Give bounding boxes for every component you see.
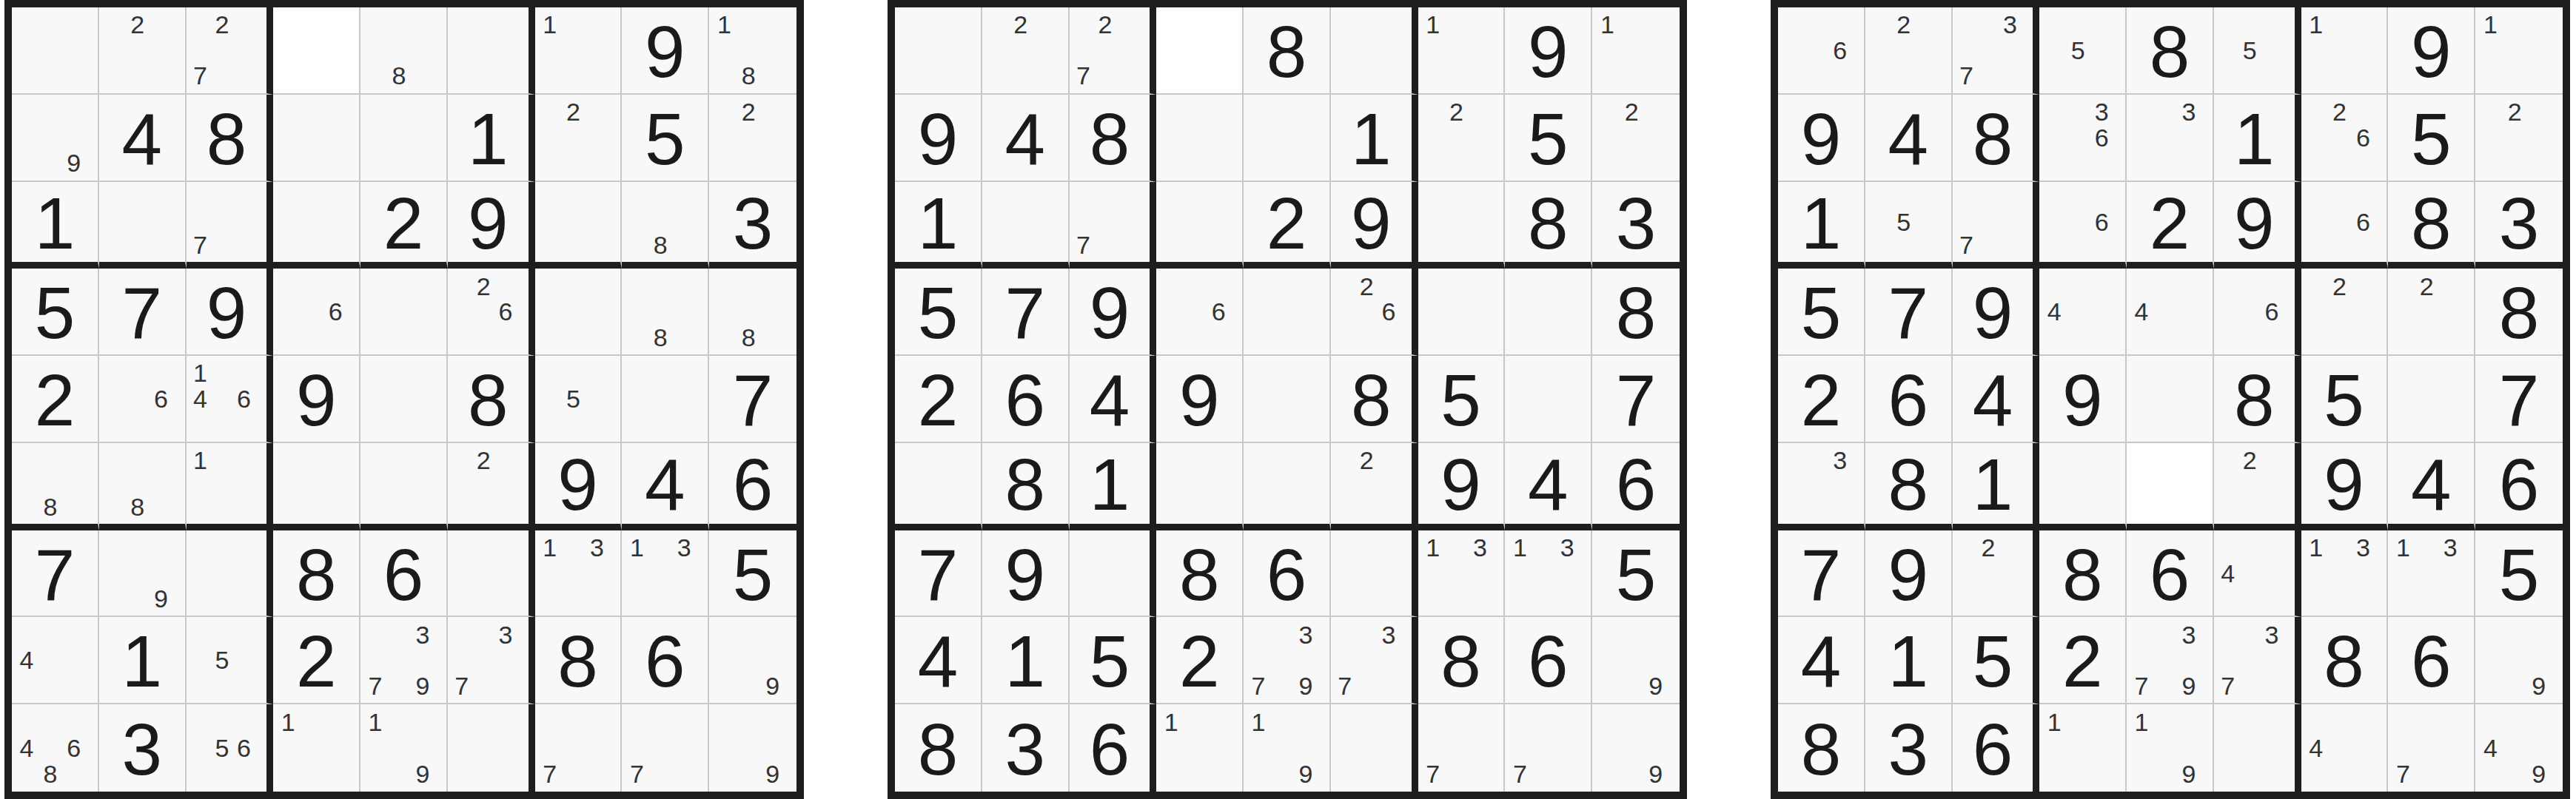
board2-cell-r3c5[interactable]: 2 [1244, 182, 1331, 269]
board3-cell-r2c2[interactable]: 4 [1865, 95, 1953, 182]
pencil-mark-3: 3 [1828, 448, 1852, 473]
board3-cell-r9c7[interactable]: 4 [2301, 704, 2389, 792]
board2-cell-r4c9[interactable]: 8 [1592, 269, 1680, 356]
pencil-slot-empty [1378, 273, 1400, 299]
board1-cell-r2c9[interactable]: 2 [709, 95, 796, 182]
pencil-mark-7: 7 [1073, 63, 1095, 89]
pencil-slot-empty [2217, 12, 2239, 38]
board3-cell-r5c8[interactable] [2388, 356, 2475, 443]
board1-cell-r2c1[interactable]: 9 [12, 95, 99, 182]
board3-cell-r7c1[interactable]: 7 [1778, 530, 1865, 618]
board2-cell-r2c2[interactable]: 4 [982, 95, 1070, 182]
board1-cell-r6c2[interactable]: 8 [99, 443, 187, 530]
board1-cell-r5c4[interactable]: 9 [273, 356, 360, 443]
board2-cell-r1c5[interactable]: 8 [1244, 7, 1331, 95]
board1-cell-r3c7[interactable] [535, 182, 623, 269]
board1-cell-r4c5[interactable] [360, 269, 448, 356]
board3-cell-r1c8[interactable]: 9 [2388, 7, 2475, 95]
board2-cell-r1c4[interactable] [1156, 7, 1244, 95]
board1-cell-r9c7[interactable]: 7 [535, 704, 623, 792]
board2-cell-r3c1[interactable]: 1 [895, 182, 982, 269]
board2-cell-r7c2[interactable]: 9 [982, 530, 1070, 618]
board2-cell-r2c5[interactable] [1244, 95, 1331, 182]
board2-cell-r1c2[interactable]: 2 [982, 7, 1070, 95]
board1-cell-r2c8[interactable]: 5 [622, 95, 709, 182]
board2-cell-r6c8[interactable]: 4 [1505, 443, 1592, 530]
pencil-slot-empty [1355, 496, 1378, 519]
board1-cell-r9c1[interactable]: 468 [12, 704, 99, 792]
board2-cell-r6c5[interactable] [1244, 443, 1331, 530]
board1-cell-r5c8[interactable] [622, 356, 709, 443]
board3-cell-r5c2[interactable]: 6 [1865, 356, 1953, 443]
pencil-mark-6: 6 [62, 735, 86, 761]
big-digit: 8 [1267, 16, 1307, 88]
board1-cell-r9c5[interactable]: 19 [360, 704, 448, 792]
board2-cell-r6c2[interactable]: 8 [982, 443, 1070, 530]
board2-cell-r3c8[interactable]: 8 [1505, 182, 1592, 269]
board1-cell-r1c2[interactable]: 2 [99, 7, 187, 95]
board3-cell-r8c7[interactable]: 8 [2301, 617, 2389, 704]
board3-cell-r7c2[interactable]: 9 [1865, 530, 1953, 618]
board3-cell-r2c1[interactable]: 9 [1778, 95, 1865, 182]
board3-cell-r9c9[interactable]: 49 [2475, 704, 2563, 792]
pencil-slot-empty [2261, 560, 2283, 586]
board1-cell-r5c5[interactable] [360, 356, 448, 443]
board1-cell-r1c8[interactable]: 9 [622, 7, 709, 95]
board1-cell-r8c5[interactable]: 379 [360, 617, 448, 704]
board3-cell-r4c1[interactable]: 5 [1778, 269, 1865, 356]
board2-cell-r6c4[interactable] [1156, 443, 1244, 530]
board1-cell-r5c3[interactable]: 146 [187, 356, 274, 443]
pencil-slot-empty [451, 273, 473, 299]
pencil-marks: 2 [2388, 269, 2474, 354]
board1-cell-r8c7[interactable]: 8 [535, 617, 623, 704]
board1-cell-r4c1[interactable]: 5 [12, 269, 99, 356]
board3-cell-r3c4[interactable]: 6 [2039, 182, 2127, 269]
board1-cell-r7c7[interactable]: 13 [535, 530, 623, 618]
board3-cell-r4c7[interactable]: 2 [2301, 269, 2389, 356]
board2-cell-r8c3[interactable]: 5 [1070, 617, 1157, 704]
board2-cell-r3c4[interactable] [1156, 182, 1244, 269]
board1-cell-r8c3[interactable]: 5 [187, 617, 274, 704]
board3-cell-r8c8[interactable]: 6 [2388, 617, 2475, 704]
board3-cell-r7c9[interactable]: 5 [2475, 530, 2563, 618]
board1-cell-r3c8[interactable]: 8 [622, 182, 709, 269]
board3-cell-r5c5[interactable] [2127, 356, 2214, 443]
board3-cell-r5c7[interactable]: 5 [2301, 356, 2389, 443]
board2-cell-r5c8[interactable] [1505, 356, 1592, 443]
board2-cell-r4c7[interactable] [1418, 269, 1506, 356]
board2-cell-r5c5[interactable] [1244, 356, 1331, 443]
board1-cell-r7c9[interactable]: 5 [709, 530, 796, 618]
board1-cell-r7c4[interactable]: 8 [273, 530, 360, 618]
board3-cell-r6c3[interactable]: 1 [1953, 443, 2040, 530]
board2-cell-r7c1[interactable]: 7 [895, 530, 982, 618]
board2-cell-r5c7[interactable]: 5 [1418, 356, 1506, 443]
board2-cell-r4c4[interactable]: 6 [1156, 269, 1244, 356]
board2-cell-r9c8[interactable]: 7 [1505, 704, 1592, 792]
board3-cell-r9c4[interactable]: 1 [2039, 704, 2127, 792]
board3-cell-r1c9[interactable]: 1 [2475, 7, 2563, 95]
board3-cell-r8c4[interactable]: 2 [2039, 617, 2127, 704]
board1-cell-r6c3[interactable]: 1 [187, 443, 274, 530]
board3-cell-r2c5[interactable]: 3 [2127, 95, 2214, 182]
board3-cell-r9c6[interactable] [2214, 704, 2301, 792]
pencil-slot-empty [1595, 735, 1620, 761]
board3-cell-r6c4[interactable] [2039, 443, 2127, 530]
pencil-slot-empty [1183, 761, 1207, 787]
pencil-slot-empty [2328, 560, 2352, 586]
board1-cell-r4c3[interactable]: 9 [187, 269, 274, 356]
board1-cell-r3c4[interactable] [273, 182, 360, 269]
board3-cell-r4c8[interactable]: 2 [2388, 269, 2475, 356]
board2-cell-r1c7[interactable]: 1 [1418, 7, 1506, 95]
board2-cell-r7c6[interactable] [1331, 530, 1418, 618]
board2-cell-r9c5[interactable]: 19 [1244, 704, 1331, 792]
board1-cell-r4c6[interactable]: 26 [448, 269, 535, 356]
board3-cell-r2c6[interactable]: 1 [2214, 95, 2301, 182]
board1-cell-r6c6[interactable]: 2 [448, 443, 535, 530]
board1-cell-r1c4[interactable] [273, 7, 360, 95]
board3-cell-r1c6[interactable]: 5 [2214, 7, 2301, 95]
board3-cell-r4c3[interactable]: 9 [1953, 269, 2040, 356]
board3-cell-r4c6[interactable]: 6 [2214, 269, 2301, 356]
big-digit: 1 [2234, 103, 2275, 175]
board2-cell-r5c9[interactable]: 7 [1592, 356, 1680, 443]
board2-cell-r7c5[interactable]: 6 [1244, 530, 1331, 618]
board1-cell-r2c3[interactable]: 8 [187, 95, 274, 182]
board2-cell-r9c4[interactable]: 1 [1156, 704, 1244, 792]
board2-cell-r8c6[interactable]: 37 [1331, 617, 1418, 704]
board3-cell-r3c7[interactable]: 6 [2301, 182, 2389, 269]
board3-cell-r2c9[interactable]: 2 [2475, 95, 2563, 182]
board1-cell-r5c2[interactable]: 6 [99, 356, 187, 443]
pencil-mark-3: 3 [1294, 621, 1318, 647]
board1-cell-r3c2[interactable] [99, 182, 187, 269]
board1-cell-r2c7[interactable]: 2 [535, 95, 623, 182]
board3-cell-r8c9[interactable]: 9 [2475, 617, 2563, 704]
board3-cell-r4c2[interactable]: 7 [1865, 269, 1953, 356]
board3-cell-r5c6[interactable]: 8 [2214, 356, 2301, 443]
board3-cell-r9c5[interactable]: 19 [2127, 704, 2214, 792]
board2-cell-r2c7[interactable]: 2 [1418, 95, 1506, 182]
board3-cell-r9c3[interactable]: 6 [1953, 704, 2040, 792]
pencil-slot-empty [2066, 124, 2090, 150]
board3-cell-r3c1[interactable]: 1 [1778, 182, 1865, 269]
board1-cell-r5c1[interactable]: 2 [12, 356, 99, 443]
pencil-slot-empty [737, 673, 761, 699]
board1-cell-r3c3[interactable]: 7 [187, 182, 274, 269]
board2-cell-r7c3[interactable] [1070, 530, 1157, 618]
pencil-mark-9: 9 [1294, 761, 1318, 787]
pencil-mark-3: 3 [494, 621, 517, 647]
board3-cell-r3c9[interactable]: 3 [2475, 182, 2563, 269]
board1-cell-r7c5[interactable]: 6 [360, 530, 448, 618]
board1-cell-r4c2[interactable]: 7 [99, 269, 187, 356]
pencil-slot-empty [2238, 299, 2261, 325]
pencil-mark-3: 3 [2090, 99, 2113, 125]
pencil-slot-empty [1999, 586, 2022, 612]
big-digit: 3 [121, 713, 162, 786]
board1-cell-r1c6[interactable] [448, 7, 535, 95]
board2-cell-r2c1[interactable]: 9 [895, 95, 982, 182]
board3-cell-r2c4[interactable]: 36 [2039, 95, 2127, 182]
pencil-slot-empty [472, 673, 494, 699]
board1-cell-r9c9[interactable]: 9 [709, 704, 796, 792]
board1-cell-r2c5[interactable] [360, 95, 448, 182]
pencil-slot-empty [1892, 38, 1916, 64]
board3-cell-r1c7[interactable]: 1 [2301, 7, 2389, 95]
pencil-slot-empty [150, 411, 173, 437]
board1-cell-r9c2[interactable]: 3 [99, 704, 187, 792]
board1-cell-r3c9[interactable]: 3 [709, 182, 796, 269]
board3-cell-r3c5[interactable]: 2 [2127, 182, 2214, 269]
board2-cell-r6c1[interactable] [895, 443, 982, 530]
board3-cell-r8c5[interactable]: 379 [2127, 617, 2214, 704]
board1-cell-r6c7[interactable]: 9 [535, 443, 623, 530]
pencil-slot-empty [737, 735, 761, 761]
board2-cell-r8c1[interactable]: 4 [895, 617, 982, 704]
pencil-marks: 2 [99, 7, 185, 93]
pencil-slot-empty [2153, 273, 2177, 299]
board3-cell-r7c6[interactable]: 4 [2214, 530, 2301, 618]
board3-cell-r1c2[interactable]: 2 [1865, 7, 1953, 95]
board2-cell-r3c3[interactable]: 7 [1070, 182, 1157, 269]
board2-cell-r6c7[interactable]: 9 [1418, 443, 1506, 530]
pencil-slot-empty [2238, 647, 2261, 673]
board2-cell-r7c7[interactable]: 13 [1418, 530, 1506, 618]
board1-cell-r1c5[interactable]: 8 [360, 7, 448, 95]
board2-cell-r6c9[interactable]: 6 [1592, 443, 1680, 530]
board2-cell-r9c7[interactable]: 7 [1418, 704, 1506, 792]
board1-cell-r8c8[interactable]: 6 [622, 617, 709, 704]
board2-cell-r9c9[interactable]: 9 [1592, 704, 1680, 792]
board2-cell-r5c6[interactable]: 8 [1331, 356, 1418, 443]
board1-cell-r8c2[interactable]: 1 [99, 617, 187, 704]
board2-cell-r8c9[interactable]: 9 [1592, 617, 1680, 704]
board2-cell-r6c3[interactable]: 1 [1070, 443, 1157, 530]
board1-cell-r8c4[interactable]: 2 [273, 617, 360, 704]
board2-cell-r8c5[interactable]: 379 [1244, 617, 1331, 704]
board3-cell-r6c9[interactable]: 6 [2475, 443, 2563, 530]
board2-cell-r5c2[interactable]: 6 [982, 356, 1070, 443]
big-digit: 4 [1888, 103, 1928, 175]
board3-cell-r7c4[interactable]: 8 [2039, 530, 2127, 618]
board3-cell-r4c4[interactable]: 4 [2039, 269, 2127, 356]
board2-cell-r3c7[interactable] [1418, 182, 1506, 269]
pencil-slot-empty [1828, 496, 1852, 519]
board3-cell-r2c3[interactable]: 8 [1953, 95, 2040, 182]
board2-cell-r4c3[interactable]: 9 [1070, 269, 1157, 356]
board2-cell-r2c8[interactable]: 5 [1505, 95, 1592, 182]
big-digit: 9 [1801, 103, 1842, 175]
board1-cell-r8c9[interactable]: 9 [709, 617, 796, 704]
board1-cell-r7c3[interactable] [187, 530, 274, 618]
pencil-slot-empty [1620, 673, 1644, 699]
board3-cell-r4c9[interactable]: 8 [2475, 269, 2563, 356]
pencil-slot-empty [189, 621, 212, 647]
big-digit: 6 [1616, 448, 1657, 521]
big-digit: 9 [1528, 16, 1569, 88]
board1-cell-r6c8[interactable]: 4 [622, 443, 709, 530]
board2-cell-r6c6[interactable]: 2 [1331, 443, 1418, 530]
board3-cell-r1c3[interactable]: 37 [1953, 7, 2040, 95]
board1-cell-r3c1[interactable]: 1 [12, 182, 99, 269]
board1-cell-r1c1[interactable] [12, 7, 99, 95]
board3-cell-r6c7[interactable]: 9 [2301, 443, 2389, 530]
board1-cell-r5c7[interactable]: 5 [535, 356, 623, 443]
board2-cell-r1c1[interactable] [895, 7, 982, 95]
board3-cell-r6c1[interactable]: 3 [1778, 443, 1865, 530]
board1-cell-r8c6[interactable]: 37 [448, 617, 535, 704]
board2-cell-r4c5[interactable] [1244, 269, 1331, 356]
board1-cell-r9c6[interactable] [448, 704, 535, 792]
pencil-slot-empty [586, 386, 609, 412]
board3-cell-r3c3[interactable]: 7 [1953, 182, 2040, 269]
board3-cell-r8c2[interactable]: 1 [1865, 617, 1953, 704]
board1-cell-r1c9[interactable]: 18 [709, 7, 796, 95]
board2-cell-r5c3[interactable]: 4 [1070, 356, 1157, 443]
board3-cell-r6c8[interactable]: 4 [2388, 443, 2475, 530]
board1-cell-r7c8[interactable]: 13 [622, 530, 709, 618]
board1-cell-r6c5[interactable] [360, 443, 448, 530]
pencil-slot-empty [1355, 299, 1378, 325]
pencil-slot-empty [1445, 560, 1469, 586]
pencil-slot-empty [2238, 63, 2261, 89]
board1-cell-r1c7[interactable]: 1 [535, 7, 623, 95]
board2-cell-r1c9[interactable]: 1 [1592, 7, 1680, 95]
board2-cell-r8c2[interactable]: 1 [982, 617, 1070, 704]
pencil-slot-empty [2503, 709, 2527, 735]
board3-cell-r2c7[interactable]: 26 [2301, 95, 2389, 182]
board3-cell-r4c5[interactable]: 4 [2127, 269, 2214, 356]
board2-cell-r9c6[interactable] [1331, 704, 1418, 792]
board3-cell-r5c4[interactable]: 9 [2039, 356, 2127, 443]
board3-cell-r8c6[interactable]: 37 [2214, 617, 2301, 704]
board2-cell-r7c8[interactable]: 13 [1505, 530, 1592, 618]
pencil-slot-empty [1620, 12, 1644, 38]
board2-cell-r9c3[interactable]: 6 [1070, 704, 1157, 792]
pencil-mark-5: 5 [211, 735, 233, 761]
pencil-slot-empty [1805, 496, 1828, 519]
pencil-mark-2: 2 [126, 12, 150, 38]
pencil-slot-empty [712, 124, 737, 150]
board3-cell-r6c5[interactable] [2127, 443, 2214, 530]
board3-cell-r8c1[interactable]: 4 [1778, 617, 1865, 704]
board2-cell-r2c4[interactable] [1156, 95, 1244, 182]
board2-cell-r2c6[interactable]: 1 [1331, 95, 1418, 182]
board2-cell-r4c6[interactable]: 26 [1331, 269, 1418, 356]
board2-cell-r8c7[interactable]: 8 [1418, 617, 1506, 704]
board3-cell-r6c2[interactable]: 8 [1865, 443, 1953, 530]
board1-cell-r2c4[interactable] [273, 95, 360, 182]
board3-cell-r7c7[interactable]: 13 [2301, 530, 2389, 618]
board3-cell-r5c3[interactable]: 4 [1953, 356, 2040, 443]
board3-cell-r9c1[interactable]: 8 [1778, 704, 1865, 792]
board1-cell-r4c7[interactable] [535, 269, 623, 356]
board2-cell-r3c2[interactable] [982, 182, 1070, 269]
pencil-slot-empty [189, 673, 212, 699]
board1-cell-r3c5[interactable]: 2 [360, 182, 448, 269]
pencil-marks: 37 [1953, 7, 2033, 93]
board2-cell-r5c4[interactable]: 9 [1156, 356, 1244, 443]
board2-cell-r9c1[interactable]: 8 [895, 704, 982, 792]
board1-cell-r9c4[interactable]: 1 [273, 704, 360, 792]
board2-cell-r2c3[interactable]: 8 [1070, 95, 1157, 182]
board1-cell-r4c4[interactable]: 6 [273, 269, 360, 356]
board1-cell-r5c9[interactable]: 7 [709, 356, 796, 443]
pencil-slot-empty [1159, 325, 1183, 351]
board3-cell-r1c1[interactable]: 6 [1778, 7, 1865, 95]
board1-cell-r9c3[interactable]: 56 [187, 704, 274, 792]
pencil-slot-empty [2177, 647, 2201, 673]
board1-cell-r3c6[interactable]: 9 [448, 182, 535, 269]
board3-cell-r3c2[interactable]: 5 [1865, 182, 1953, 269]
board3-cell-r1c4[interactable]: 5 [2039, 7, 2127, 95]
board1-cell-r4c9[interactable]: 8 [709, 269, 796, 356]
pencil-slot-empty [1033, 63, 1056, 89]
pencil-slot-empty [2090, 299, 2113, 325]
board2-cell-r7c9[interactable]: 5 [1592, 530, 1680, 618]
board1-cell-r6c4[interactable] [273, 443, 360, 530]
board2-cell-r9c2[interactable]: 3 [982, 704, 1070, 792]
board3-cell-r3c6[interactable]: 9 [2214, 182, 2301, 269]
board1-cell-r9c8[interactable]: 7 [622, 704, 709, 792]
board1-cell-r7c6[interactable] [448, 530, 535, 618]
board1-cell-r2c6[interactable]: 1 [448, 95, 535, 182]
board1-cell-r8c1[interactable]: 4 [12, 617, 99, 704]
board3-cell-r5c9[interactable]: 7 [2475, 356, 2563, 443]
pencil-slot-empty [1073, 12, 1095, 38]
pencil-mark-5: 5 [2238, 38, 2261, 64]
board3-cell-r5c1[interactable]: 2 [1778, 356, 1865, 443]
board3-cell-r7c8[interactable]: 13 [2388, 530, 2475, 618]
board2-cell-r3c9[interactable]: 3 [1592, 182, 1680, 269]
board2-cell-r4c1[interactable]: 5 [895, 269, 982, 356]
board1-cell-r5c6[interactable]: 8 [448, 356, 535, 443]
board1-cell-r6c1[interactable]: 8 [12, 443, 99, 530]
board1-cell-r4c8[interactable]: 8 [622, 269, 709, 356]
board3-cell-r8c3[interactable]: 5 [1953, 617, 2040, 704]
board2-cell-r4c8[interactable] [1505, 269, 1592, 356]
pencil-slot-empty [1270, 621, 1294, 647]
board3-cell-r6c6[interactable]: 2 [2214, 443, 2301, 530]
board3-cell-r7c3[interactable]: 2 [1953, 530, 2040, 618]
board2-cell-r4c2[interactable]: 7 [982, 269, 1070, 356]
board3-cell-r2c8[interactable]: 5 [2388, 95, 2475, 182]
board2-cell-r3c6[interactable]: 9 [1331, 182, 1418, 269]
board2-cell-r7c4[interactable]: 8 [1156, 530, 1244, 618]
pencil-slot-empty [737, 709, 761, 735]
board2-cell-r1c6[interactable] [1331, 7, 1418, 95]
board1-cell-r7c1[interactable]: 7 [12, 530, 99, 618]
board2-cell-r1c8[interactable]: 9 [1505, 7, 1592, 95]
board1-cell-r2c2[interactable]: 4 [99, 95, 187, 182]
board3-cell-r7c5[interactable]: 6 [2127, 530, 2214, 618]
board3-cell-r9c8[interactable]: 7 [2388, 704, 2475, 792]
board3-cell-r3c8[interactable]: 8 [2388, 182, 2475, 269]
board2-cell-r8c4[interactable]: 2 [1156, 617, 1244, 704]
board1-cell-r1c3[interactable]: 27 [187, 7, 274, 95]
board1-cell-r6c9[interactable]: 6 [709, 443, 796, 530]
board2-cell-r5c1[interactable]: 2 [895, 356, 982, 443]
board2-cell-r8c8[interactable]: 6 [1505, 617, 1592, 704]
board2-cell-r1c3[interactable]: 27 [1070, 7, 1157, 95]
board1-cell-r7c2[interactable]: 9 [99, 530, 187, 618]
board2-cell-r2c9[interactable]: 2 [1592, 95, 1680, 182]
board3-cell-r1c5[interactable]: 8 [2127, 7, 2214, 95]
board3-cell-r9c2[interactable]: 3 [1865, 704, 1953, 792]
